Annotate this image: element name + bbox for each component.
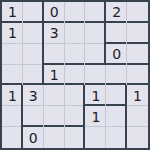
cell-r2c5-room-E[interactable] <box>85 23 106 44</box>
cell-r6c5-room-M[interactable]: 1 <box>85 106 106 127</box>
cell-r2c6-room-F[interactable] <box>106 23 127 44</box>
cell-r6c3-room-J[interactable] <box>44 106 65 127</box>
cell-r3c2-room-D[interactable] <box>23 44 44 65</box>
room-clue-number: 3 <box>29 89 38 103</box>
cell-r7c4-room-N[interactable] <box>65 127 86 148</box>
cell-r2c3-room-E[interactable]: 3 <box>44 23 65 44</box>
cell-r5c3-room-J[interactable] <box>44 85 65 106</box>
room-clue-number: 0 <box>112 47 121 61</box>
room-clue-number: 1 <box>8 26 17 40</box>
cell-r1c4-room-B[interactable] <box>65 2 86 23</box>
room-clue-number: 1 <box>8 5 17 19</box>
room-clue-number: 2 <box>112 5 121 19</box>
cell-r2c2-room-D[interactable] <box>23 23 44 44</box>
cell-r1c7-room-C[interactable] <box>127 2 148 23</box>
room-clue-number: 1 <box>91 110 100 124</box>
cell-r7c5-room-M[interactable] <box>85 127 106 148</box>
room-clue-number: 1 <box>50 68 59 82</box>
room-clue-number: 0 <box>50 5 59 19</box>
cell-r7c1-room-I[interactable] <box>2 127 23 148</box>
room-clue-number: 1 <box>8 89 17 103</box>
cell-r4c5-room-H[interactable] <box>85 65 106 86</box>
cell-r5c6-room-K[interactable] <box>106 85 127 106</box>
cell-r6c6-room-M[interactable] <box>106 106 127 127</box>
room-clue-number: 1 <box>91 89 100 103</box>
cell-r5c7-room-L[interactable]: 1 <box>127 85 148 106</box>
cell-r5c1-room-I[interactable]: 1 <box>2 85 23 106</box>
cell-r6c7-room-L[interactable] <box>127 106 148 127</box>
cell-r3c4-room-E[interactable] <box>65 44 86 65</box>
cell-r1c2-room-A[interactable] <box>23 2 44 23</box>
cell-r5c5-room-K[interactable]: 1 <box>85 85 106 106</box>
cell-r3c5-room-E[interactable] <box>85 44 106 65</box>
cell-r1c6-room-C[interactable]: 2 <box>106 2 127 23</box>
cell-r3c3-room-E[interactable] <box>44 44 65 65</box>
cell-r4c2-room-D[interactable] <box>23 65 44 86</box>
cell-r6c4-room-J[interactable] <box>65 106 86 127</box>
cell-r5c2-room-J[interactable]: 3 <box>23 85 44 106</box>
cell-r2c4-room-E[interactable] <box>65 23 86 44</box>
cell-r4c4-room-H[interactable] <box>65 65 86 86</box>
cell-r3c1-room-D[interactable] <box>2 44 23 65</box>
cell-r6c2-room-J[interactable] <box>23 106 44 127</box>
cell-r7c6-room-M[interactable] <box>106 127 127 148</box>
cell-r7c3-room-N[interactable] <box>44 127 65 148</box>
cell-r4c1-room-D[interactable] <box>2 65 23 86</box>
cell-r1c3-room-B[interactable]: 0 <box>44 2 65 23</box>
cell-r4c3-room-H[interactable]: 1 <box>44 65 65 86</box>
room-clue-number: 3 <box>50 26 59 40</box>
cell-r4c7-room-H[interactable] <box>127 65 148 86</box>
cell-r2c7-room-F[interactable] <box>127 23 148 44</box>
heyawake-board: 1021301131110 <box>0 0 150 150</box>
cell-r3c6-room-G[interactable]: 0 <box>106 44 127 65</box>
cell-r7c2-room-N[interactable]: 0 <box>23 127 44 148</box>
cell-r5c4-room-J[interactable] <box>65 85 86 106</box>
cell-r6c1-room-I[interactable] <box>2 106 23 127</box>
cell-r4c6-room-H[interactable] <box>106 65 127 86</box>
room-clue-number: 1 <box>133 89 142 103</box>
cell-r1c5-room-B[interactable] <box>85 2 106 23</box>
cell-r3c7-room-G[interactable] <box>127 44 148 65</box>
room-clue-number: 0 <box>29 131 38 145</box>
cell-r2c1-room-D[interactable]: 1 <box>2 23 23 44</box>
cell-r1c1-room-A[interactable]: 1 <box>2 2 23 23</box>
cell-r7c7-room-L[interactable] <box>127 127 148 148</box>
